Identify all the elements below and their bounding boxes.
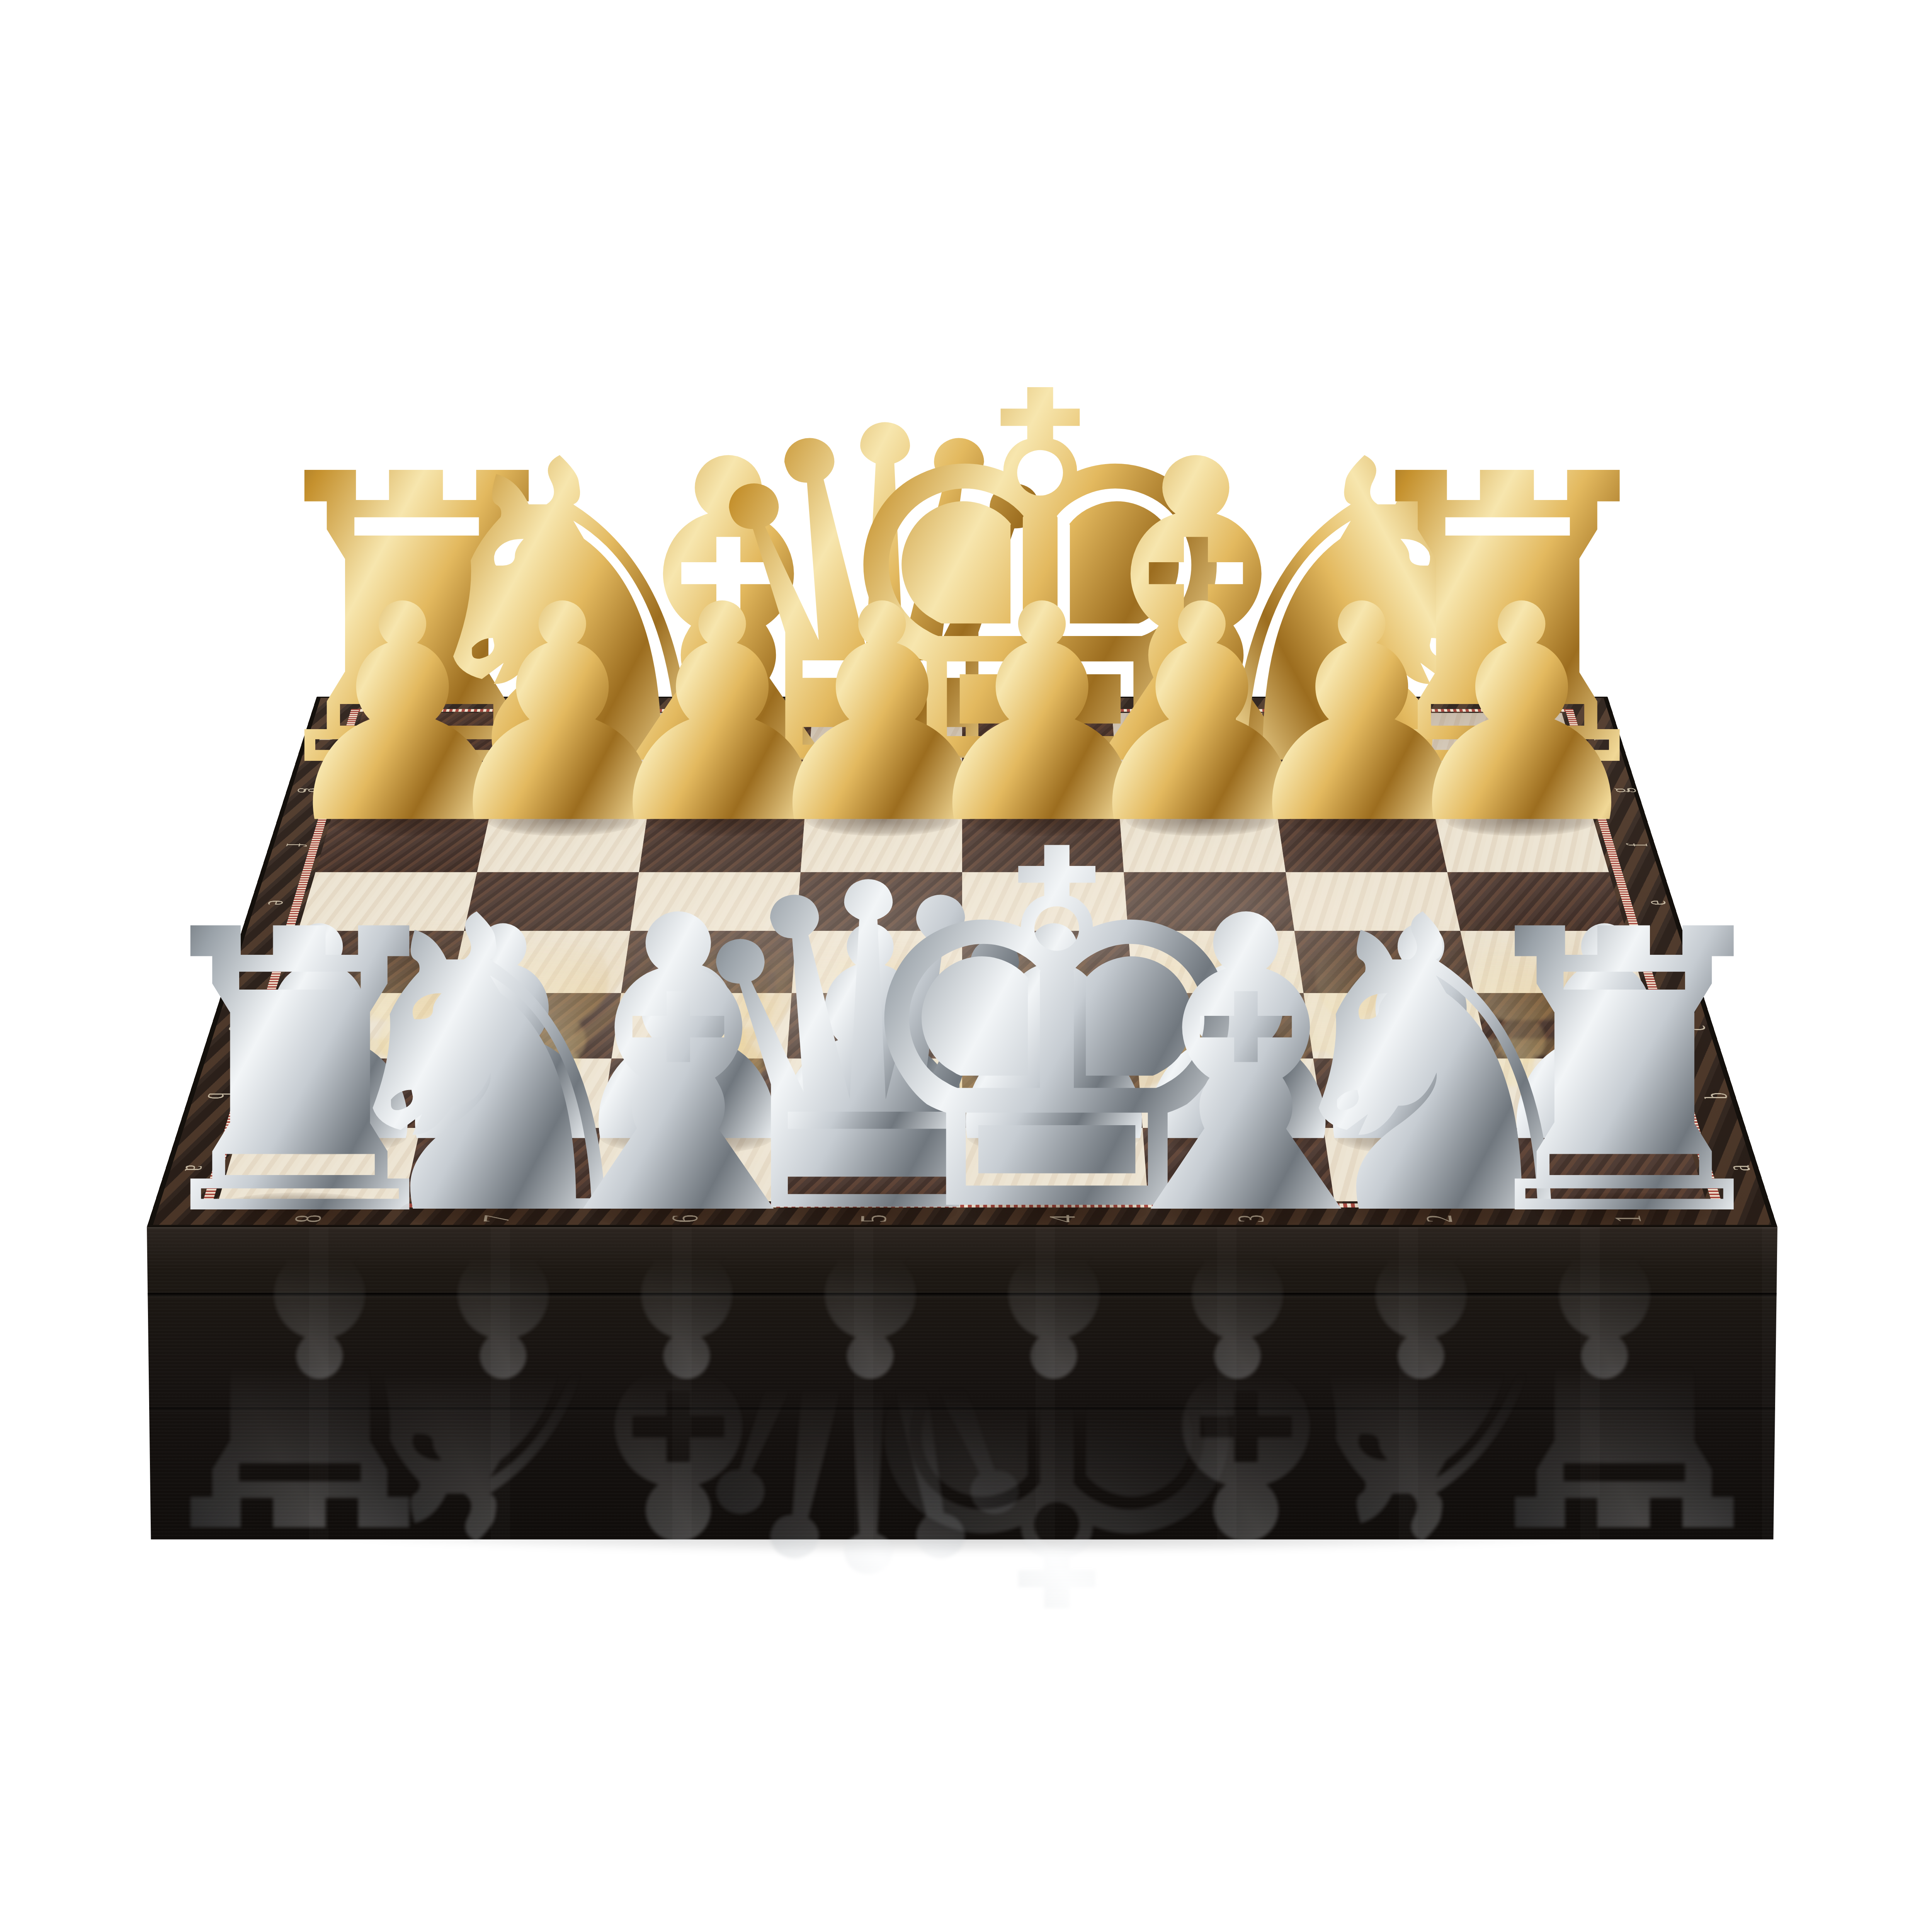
chess-board: hhggffeeddccbbaa87654321 (147, 697, 1777, 1227)
square-dark (804, 764, 962, 816)
case-front-face (147, 1226, 1777, 1539)
square-dark (1504, 1128, 1706, 1201)
file-label-right: g (1603, 788, 1637, 793)
square-light (1112, 713, 1269, 763)
square-dark (962, 931, 1133, 993)
file-label-left: e (261, 900, 296, 905)
square-light (501, 713, 662, 763)
square-dark (1474, 993, 1664, 1059)
square-light (962, 872, 1128, 931)
square-dark (1313, 1058, 1504, 1128)
square-dark (796, 872, 962, 931)
square-dark (962, 1058, 1143, 1128)
square-light (611, 993, 792, 1059)
file-label-left: h (313, 736, 345, 740)
square-dark (1116, 764, 1277, 816)
square-dark (1143, 1128, 1334, 1201)
square-light (1138, 1058, 1323, 1128)
square-dark (464, 872, 639, 931)
square-light (420, 1058, 611, 1128)
file-label-left: g (296, 788, 330, 793)
rank-label-front: 6 (663, 1215, 707, 1223)
file-label-right: h (1587, 736, 1620, 740)
square-light (1488, 1058, 1684, 1128)
square-light (962, 1128, 1148, 1201)
square-light (782, 1058, 962, 1128)
square-light (630, 872, 801, 931)
square-light (962, 764, 1120, 816)
square-dark (787, 993, 962, 1059)
square-light (450, 931, 630, 993)
rank-label-front: 8 (285, 1215, 330, 1223)
square-dark (601, 1058, 786, 1128)
square-dark (347, 713, 512, 763)
square-dark (655, 713, 812, 763)
square-dark (962, 713, 1116, 763)
file-label-left: c (221, 1025, 259, 1031)
square-light (1323, 1128, 1520, 1201)
rope-trim-bottom (201, 1203, 1723, 1207)
square-light (218, 1128, 420, 1201)
square-dark (1294, 931, 1474, 993)
file-label-left: f (279, 843, 313, 847)
rank-label-front: 3 (1228, 1215, 1272, 1223)
square-light (647, 764, 808, 816)
file-label-left: d (241, 961, 278, 966)
square-light (1128, 931, 1303, 993)
square-light (1269, 764, 1435, 816)
rope-trim-top (350, 709, 1574, 712)
file-label-left: a (177, 1165, 216, 1171)
rank-label-front: 1 (1605, 1215, 1650, 1223)
square-light (1460, 931, 1645, 993)
photo-caption: Product photo of a dark wenge wooden che… (15, 6, 16, 7)
square-light (1286, 872, 1460, 931)
square-light (260, 993, 451, 1059)
square-dark (436, 993, 621, 1059)
file-label-right: d (1656, 961, 1693, 966)
product-photo: Product photo of a dark wenge wooden che… (15, 6, 1932, 1932)
square-dark (639, 816, 804, 872)
file-label-left: b (199, 1093, 238, 1099)
square-dark (240, 1058, 436, 1128)
square-dark (280, 931, 464, 993)
rank-label-front: 7 (474, 1215, 518, 1223)
file-label-right: a (1718, 1165, 1758, 1171)
file-label-right: c (1675, 1025, 1713, 1031)
square-dark (1262, 713, 1423, 763)
square-light (1303, 993, 1488, 1059)
file-label-right: f (1620, 843, 1655, 847)
square-light (590, 1128, 781, 1201)
rank-label-front: 2 (1417, 1215, 1461, 1223)
square-light (1120, 816, 1286, 872)
square-dark (1423, 764, 1592, 816)
square-dark (1447, 872, 1626, 931)
square-light (477, 816, 647, 872)
square-dark (621, 931, 796, 993)
square-light (808, 713, 962, 763)
file-label-right: b (1696, 1093, 1735, 1099)
square-dark (1124, 872, 1294, 931)
rank-label-front: 4 (1040, 1215, 1083, 1223)
square-light (962, 993, 1138, 1059)
case-base-seam (147, 1407, 1777, 1412)
file-label-right: e (1638, 900, 1673, 905)
square-dark (776, 1128, 962, 1201)
square-light (801, 816, 962, 872)
square-light (332, 764, 501, 816)
board-grid (218, 713, 1706, 1201)
square-light (1435, 816, 1609, 872)
square-light (298, 872, 477, 931)
square-dark (490, 764, 655, 816)
square-light (1412, 713, 1577, 763)
square-dark (1277, 816, 1447, 872)
rank-label-front: 5 (852, 1215, 895, 1223)
square-dark (1133, 993, 1313, 1059)
square-dark (962, 816, 1124, 872)
square-light (791, 931, 962, 993)
case-lid-seam (147, 1293, 1777, 1298)
square-dark (315, 816, 489, 872)
square-dark (404, 1128, 601, 1201)
